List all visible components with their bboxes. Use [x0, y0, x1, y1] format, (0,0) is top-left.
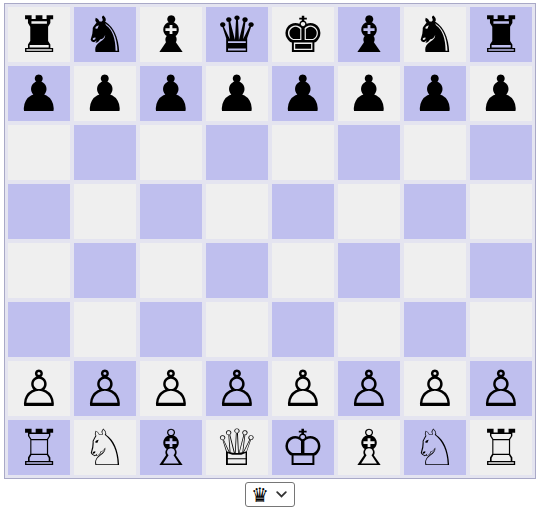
- white-pawn: ♙: [149, 364, 194, 414]
- white-pawn: ♙: [347, 364, 392, 414]
- square-h5[interactable]: [470, 184, 532, 239]
- square-a5[interactable]: [8, 184, 70, 239]
- promotion-piece-select[interactable]: ♛: [245, 482, 295, 507]
- square-f4[interactable]: [338, 243, 400, 298]
- square-d1[interactable]: ♕: [206, 420, 268, 475]
- square-d4[interactable]: [206, 243, 268, 298]
- square-f5[interactable]: [338, 184, 400, 239]
- chess-board: ♜♞♝♛♚♝♞♜♟♟♟♟♟♟♟♟♙♙♙♙♙♙♙♙♖♘♗♕♔♗♘♖: [4, 3, 536, 479]
- square-e2[interactable]: ♙: [272, 361, 334, 416]
- square-c6[interactable]: [140, 125, 202, 180]
- square-f7[interactable]: ♟: [338, 66, 400, 121]
- white-pawn: ♙: [83, 364, 128, 414]
- square-e6[interactable]: [272, 125, 334, 180]
- square-e1[interactable]: ♔: [272, 420, 334, 475]
- square-h3[interactable]: [470, 302, 532, 357]
- square-d3[interactable]: [206, 302, 268, 357]
- black-rook: ♜: [17, 10, 62, 60]
- black-rook: ♜: [479, 10, 524, 60]
- white-pawn: ♙: [17, 364, 62, 414]
- black-pawn: ♟: [149, 69, 194, 119]
- square-h6[interactable]: [470, 125, 532, 180]
- white-bishop: ♗: [347, 423, 392, 473]
- square-a2[interactable]: ♙: [8, 361, 70, 416]
- square-f6[interactable]: [338, 125, 400, 180]
- white-rook: ♖: [479, 423, 524, 473]
- square-e3[interactable]: [272, 302, 334, 357]
- square-c5[interactable]: [140, 184, 202, 239]
- chevron-down-icon: [276, 491, 287, 498]
- white-rook: ♖: [17, 423, 62, 473]
- black-queen: ♛: [215, 10, 260, 60]
- black-bishop: ♝: [149, 10, 194, 60]
- square-b3[interactable]: [74, 302, 136, 357]
- square-b2[interactable]: ♙: [74, 361, 136, 416]
- square-h7[interactable]: ♟: [470, 66, 532, 121]
- square-d5[interactable]: [206, 184, 268, 239]
- square-c3[interactable]: [140, 302, 202, 357]
- square-a4[interactable]: [8, 243, 70, 298]
- white-knight: ♘: [413, 423, 458, 473]
- square-h1[interactable]: ♖: [470, 420, 532, 475]
- square-a6[interactable]: [8, 125, 70, 180]
- white-king: ♔: [281, 423, 326, 473]
- square-g8[interactable]: ♞: [404, 7, 466, 62]
- square-e8[interactable]: ♚: [272, 7, 334, 62]
- white-queen: ♕: [215, 423, 260, 473]
- square-a7[interactable]: ♟: [8, 66, 70, 121]
- square-c1[interactable]: ♗: [140, 420, 202, 475]
- square-g7[interactable]: ♟: [404, 66, 466, 121]
- square-d7[interactable]: ♟: [206, 66, 268, 121]
- black-pawn: ♟: [347, 69, 392, 119]
- square-c7[interactable]: ♟: [140, 66, 202, 121]
- square-d2[interactable]: ♙: [206, 361, 268, 416]
- square-a8[interactable]: ♜: [8, 7, 70, 62]
- black-pawn: ♟: [479, 69, 524, 119]
- square-b6[interactable]: [74, 125, 136, 180]
- black-knight: ♞: [413, 10, 458, 60]
- square-g3[interactable]: [404, 302, 466, 357]
- black-pawn: ♟: [281, 69, 326, 119]
- white-pawn: ♙: [413, 364, 458, 414]
- white-bishop: ♗: [149, 423, 194, 473]
- square-c2[interactable]: ♙: [140, 361, 202, 416]
- square-g1[interactable]: ♘: [404, 420, 466, 475]
- square-f1[interactable]: ♗: [338, 420, 400, 475]
- square-a3[interactable]: [8, 302, 70, 357]
- black-pawn: ♟: [17, 69, 62, 119]
- black-pawn: ♟: [83, 69, 128, 119]
- square-g5[interactable]: [404, 184, 466, 239]
- black-pawn: ♟: [413, 69, 458, 119]
- black-knight: ♞: [83, 10, 128, 60]
- black-pawn: ♟: [215, 69, 260, 119]
- square-d8[interactable]: ♛: [206, 7, 268, 62]
- square-d6[interactable]: [206, 125, 268, 180]
- square-f3[interactable]: [338, 302, 400, 357]
- square-g4[interactable]: [404, 243, 466, 298]
- square-h8[interactable]: ♜: [470, 7, 532, 62]
- square-b8[interactable]: ♞: [74, 7, 136, 62]
- black-king: ♚: [281, 10, 326, 60]
- square-e7[interactable]: ♟: [272, 66, 334, 121]
- square-f8[interactable]: ♝: [338, 7, 400, 62]
- square-a1[interactable]: ♖: [8, 420, 70, 475]
- page: ♜♞♝♛♚♝♞♜♟♟♟♟♟♟♟♟♙♙♙♙♙♙♙♙♖♘♗♕♔♗♘♖ ♛: [0, 0, 539, 507]
- white-pawn: ♙: [479, 364, 524, 414]
- white-pawn: ♙: [281, 364, 326, 414]
- square-h2[interactable]: ♙: [470, 361, 532, 416]
- square-g6[interactable]: [404, 125, 466, 180]
- square-c8[interactable]: ♝: [140, 7, 202, 62]
- white-knight: ♘: [83, 423, 128, 473]
- square-b4[interactable]: [74, 243, 136, 298]
- white-pawn: ♙: [215, 364, 260, 414]
- square-c4[interactable]: [140, 243, 202, 298]
- square-b7[interactable]: ♟: [74, 66, 136, 121]
- square-e4[interactable]: [272, 243, 334, 298]
- square-h4[interactable]: [470, 243, 532, 298]
- selected-queen-icon: ♛: [251, 485, 269, 505]
- black-bishop: ♝: [347, 10, 392, 60]
- square-g2[interactable]: ♙: [404, 361, 466, 416]
- square-b1[interactable]: ♘: [74, 420, 136, 475]
- square-b5[interactable]: [74, 184, 136, 239]
- board-controls: ♛: [4, 482, 536, 507]
- square-f2[interactable]: ♙: [338, 361, 400, 416]
- square-e5[interactable]: [272, 184, 334, 239]
